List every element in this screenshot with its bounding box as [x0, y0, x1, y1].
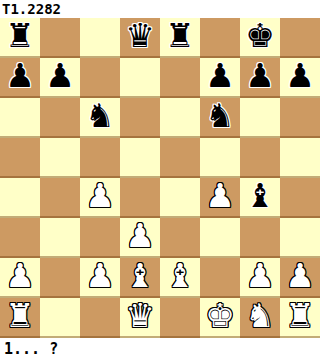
square-b6[interactable] — [40, 98, 80, 138]
square-f1[interactable]: ♚ — [200, 298, 240, 338]
square-f7[interactable]: ♟ — [200, 58, 240, 98]
square-a1[interactable]: ♜ — [0, 298, 40, 338]
square-g2[interactable]: ♟ — [240, 258, 280, 298]
piece-white-pawn[interactable]: ♟ — [205, 177, 235, 215]
square-d1[interactable]: ♛ — [120, 298, 160, 338]
square-h3[interactable] — [280, 218, 320, 258]
piece-black-pawn[interactable]: ♟ — [45, 57, 75, 95]
square-h2[interactable]: ♟ — [280, 258, 320, 298]
piece-white-pawn[interactable]: ♟ — [125, 217, 155, 255]
square-d7[interactable] — [120, 58, 160, 98]
piece-black-pawn[interactable]: ♟ — [205, 57, 235, 95]
square-a8[interactable]: ♜ — [0, 18, 40, 58]
square-c4[interactable]: ♟ — [80, 178, 120, 218]
square-e4[interactable] — [160, 178, 200, 218]
square-c3[interactable] — [80, 218, 120, 258]
piece-black-rook[interactable]: ♜ — [165, 17, 195, 55]
chess-trainer-window: T1.2282 ♜♛♜♚♟♟♟♟♟♞♞♟♟♝♟♟♟♝♝♟♟♜♛♚♞♜ 1... … — [0, 0, 320, 360]
square-d2[interactable]: ♝ — [120, 258, 160, 298]
square-g7[interactable]: ♟ — [240, 58, 280, 98]
piece-white-knight[interactable]: ♞ — [245, 297, 275, 335]
chess-board[interactable]: ♜♛♜♚♟♟♟♟♟♞♞♟♟♝♟♟♟♝♝♟♟♜♛♚♞♜ — [0, 18, 320, 338]
square-f2[interactable] — [200, 258, 240, 298]
square-g5[interactable] — [240, 138, 280, 178]
square-c1[interactable] — [80, 298, 120, 338]
square-c7[interactable] — [80, 58, 120, 98]
piece-black-bishop[interactable]: ♝ — [245, 177, 275, 215]
square-e5[interactable] — [160, 138, 200, 178]
square-a2[interactable]: ♟ — [0, 258, 40, 298]
square-g8[interactable]: ♚ — [240, 18, 280, 58]
square-c8[interactable] — [80, 18, 120, 58]
piece-white-rook[interactable]: ♜ — [5, 297, 35, 335]
square-f6[interactable]: ♞ — [200, 98, 240, 138]
square-h6[interactable] — [280, 98, 320, 138]
piece-white-bishop[interactable]: ♝ — [125, 257, 155, 295]
square-e8[interactable]: ♜ — [160, 18, 200, 58]
square-a5[interactable] — [0, 138, 40, 178]
move-prompt-label: 1... ? — [0, 338, 320, 360]
piece-black-pawn[interactable]: ♟ — [245, 57, 275, 95]
square-e3[interactable] — [160, 218, 200, 258]
square-f4[interactable]: ♟ — [200, 178, 240, 218]
square-h7[interactable]: ♟ — [280, 58, 320, 98]
piece-white-rook[interactable]: ♜ — [285, 297, 315, 335]
square-d6[interactable] — [120, 98, 160, 138]
square-b1[interactable] — [40, 298, 80, 338]
square-b3[interactable] — [40, 218, 80, 258]
square-h4[interactable] — [280, 178, 320, 218]
square-a4[interactable] — [0, 178, 40, 218]
square-e6[interactable] — [160, 98, 200, 138]
square-b7[interactable]: ♟ — [40, 58, 80, 98]
piece-black-queen[interactable]: ♛ — [125, 17, 155, 55]
square-d4[interactable] — [120, 178, 160, 218]
square-e1[interactable] — [160, 298, 200, 338]
piece-white-pawn[interactable]: ♟ — [85, 257, 115, 295]
square-h5[interactable] — [280, 138, 320, 178]
square-h1[interactable]: ♜ — [280, 298, 320, 338]
square-b5[interactable] — [40, 138, 80, 178]
square-f5[interactable] — [200, 138, 240, 178]
piece-black-king[interactable]: ♚ — [245, 17, 275, 55]
piece-black-knight[interactable]: ♞ — [85, 97, 115, 135]
square-f3[interactable] — [200, 218, 240, 258]
piece-black-pawn[interactable]: ♟ — [285, 57, 315, 95]
square-c5[interactable] — [80, 138, 120, 178]
square-f8[interactable] — [200, 18, 240, 58]
piece-black-knight[interactable]: ♞ — [205, 97, 235, 135]
piece-white-pawn[interactable]: ♟ — [85, 177, 115, 215]
square-g1[interactable]: ♞ — [240, 298, 280, 338]
square-g6[interactable] — [240, 98, 280, 138]
piece-white-pawn[interactable]: ♟ — [285, 257, 315, 295]
piece-white-pawn[interactable]: ♟ — [5, 257, 35, 295]
square-b2[interactable] — [40, 258, 80, 298]
square-d3[interactable]: ♟ — [120, 218, 160, 258]
square-g4[interactable]: ♝ — [240, 178, 280, 218]
square-a3[interactable] — [0, 218, 40, 258]
piece-white-king[interactable]: ♚ — [205, 297, 235, 335]
piece-white-bishop[interactable]: ♝ — [165, 257, 195, 295]
square-b4[interactable] — [40, 178, 80, 218]
piece-black-rook[interactable]: ♜ — [5, 17, 35, 55]
square-d5[interactable] — [120, 138, 160, 178]
square-d8[interactable]: ♛ — [120, 18, 160, 58]
square-b8[interactable] — [40, 18, 80, 58]
square-h8[interactable] — [280, 18, 320, 58]
piece-white-queen[interactable]: ♛ — [125, 297, 155, 335]
square-c2[interactable]: ♟ — [80, 258, 120, 298]
square-a6[interactable] — [0, 98, 40, 138]
square-g3[interactable] — [240, 218, 280, 258]
piece-black-pawn[interactable]: ♟ — [5, 57, 35, 95]
square-e2[interactable]: ♝ — [160, 258, 200, 298]
square-c6[interactable]: ♞ — [80, 98, 120, 138]
piece-white-pawn[interactable]: ♟ — [245, 257, 275, 295]
square-a7[interactable]: ♟ — [0, 58, 40, 98]
square-e7[interactable] — [160, 58, 200, 98]
